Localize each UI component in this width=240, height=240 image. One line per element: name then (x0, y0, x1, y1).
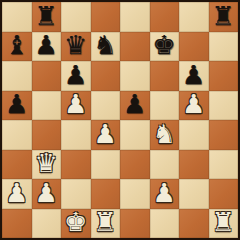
square-h8[interactable]: ♜ (209, 2, 239, 32)
white-knight[interactable]: ♞ (153, 121, 176, 147)
square-d1[interactable]: ♜ (91, 209, 121, 239)
black-pawn[interactable]: ♟ (123, 91, 146, 117)
black-bishop[interactable]: ♝ (5, 32, 28, 58)
square-c6[interactable]: ♟ (61, 61, 91, 91)
square-b8[interactable]: ♜ (32, 2, 62, 32)
square-a7[interactable]: ♝ (2, 32, 32, 62)
square-a4[interactable] (2, 120, 32, 150)
white-pawn[interactable]: ♟ (64, 91, 87, 117)
square-a1[interactable] (2, 209, 32, 239)
square-g2[interactable] (179, 179, 209, 209)
square-g3[interactable] (179, 150, 209, 180)
white-rook[interactable]: ♜ (94, 209, 117, 235)
square-d4[interactable]: ♟ (91, 120, 121, 150)
square-b4[interactable] (32, 120, 62, 150)
square-f1[interactable] (150, 209, 180, 239)
black-rook[interactable]: ♜ (35, 3, 58, 29)
black-pawn[interactable]: ♟ (5, 91, 28, 117)
square-h6[interactable] (209, 61, 239, 91)
square-c3[interactable] (61, 150, 91, 180)
white-pawn[interactable]: ♟ (94, 121, 117, 147)
black-rook[interactable]: ♜ (212, 3, 235, 29)
square-a3[interactable] (2, 150, 32, 180)
white-pawn[interactable]: ♟ (153, 180, 176, 206)
chess-board-frame: ♜♜♝♟♛♞♚♟♟♟♟♟♟♟♞♛♟♟♟♚♜♜ (0, 0, 240, 240)
square-h2[interactable] (209, 179, 239, 209)
square-g7[interactable] (179, 32, 209, 62)
square-e2[interactable] (120, 179, 150, 209)
square-f7[interactable]: ♚ (150, 32, 180, 62)
square-b2[interactable]: ♟ (32, 179, 62, 209)
square-d7[interactable]: ♞ (91, 32, 121, 62)
square-e6[interactable] (120, 61, 150, 91)
square-b5[interactable] (32, 91, 62, 121)
square-g5[interactable]: ♟ (179, 91, 209, 121)
white-king[interactable]: ♚ (64, 209, 87, 235)
black-pawn[interactable]: ♟ (64, 62, 87, 88)
square-g8[interactable] (179, 2, 209, 32)
square-e8[interactable] (120, 2, 150, 32)
square-h7[interactable] (209, 32, 239, 62)
white-queen[interactable]: ♛ (35, 150, 58, 176)
square-b1[interactable] (32, 209, 62, 239)
square-f3[interactable] (150, 150, 180, 180)
square-c7[interactable]: ♛ (61, 32, 91, 62)
square-e1[interactable] (120, 209, 150, 239)
square-e7[interactable] (120, 32, 150, 62)
white-pawn[interactable]: ♟ (35, 180, 58, 206)
square-c2[interactable] (61, 179, 91, 209)
black-queen[interactable]: ♛ (64, 32, 87, 58)
square-g4[interactable] (179, 120, 209, 150)
white-pawn[interactable]: ♟ (182, 91, 205, 117)
square-f6[interactable] (150, 61, 180, 91)
square-e5[interactable]: ♟ (120, 91, 150, 121)
square-h1[interactable]: ♜ (209, 209, 239, 239)
square-h5[interactable] (209, 91, 239, 121)
square-f2[interactable]: ♟ (150, 179, 180, 209)
square-f4[interactable]: ♞ (150, 120, 180, 150)
square-g1[interactable] (179, 209, 209, 239)
square-e4[interactable] (120, 120, 150, 150)
square-a5[interactable]: ♟ (2, 91, 32, 121)
square-b6[interactable] (32, 61, 62, 91)
square-e3[interactable] (120, 150, 150, 180)
square-d3[interactable] (91, 150, 121, 180)
square-c1[interactable]: ♚ (61, 209, 91, 239)
black-knight[interactable]: ♞ (94, 32, 117, 58)
square-a8[interactable] (2, 2, 32, 32)
square-f5[interactable] (150, 91, 180, 121)
white-pawn[interactable]: ♟ (5, 180, 28, 206)
chess-board: ♜♜♝♟♛♞♚♟♟♟♟♟♟♟♞♛♟♟♟♚♜♜ (2, 2, 238, 238)
black-pawn[interactable]: ♟ (182, 62, 205, 88)
square-d8[interactable] (91, 2, 121, 32)
square-b7[interactable]: ♟ (32, 32, 62, 62)
black-pawn[interactable]: ♟ (35, 32, 58, 58)
square-f8[interactable] (150, 2, 180, 32)
square-c8[interactable] (61, 2, 91, 32)
square-d6[interactable] (91, 61, 121, 91)
square-a6[interactable] (2, 61, 32, 91)
square-g6[interactable]: ♟ (179, 61, 209, 91)
square-h3[interactable] (209, 150, 239, 180)
square-h4[interactable] (209, 120, 239, 150)
square-d2[interactable] (91, 179, 121, 209)
square-c4[interactable] (61, 120, 91, 150)
square-b3[interactable]: ♛ (32, 150, 62, 180)
black-king[interactable]: ♚ (153, 32, 176, 58)
square-d5[interactable] (91, 91, 121, 121)
square-c5[interactable]: ♟ (61, 91, 91, 121)
white-rook[interactable]: ♜ (212, 209, 235, 235)
square-a2[interactable]: ♟ (2, 179, 32, 209)
